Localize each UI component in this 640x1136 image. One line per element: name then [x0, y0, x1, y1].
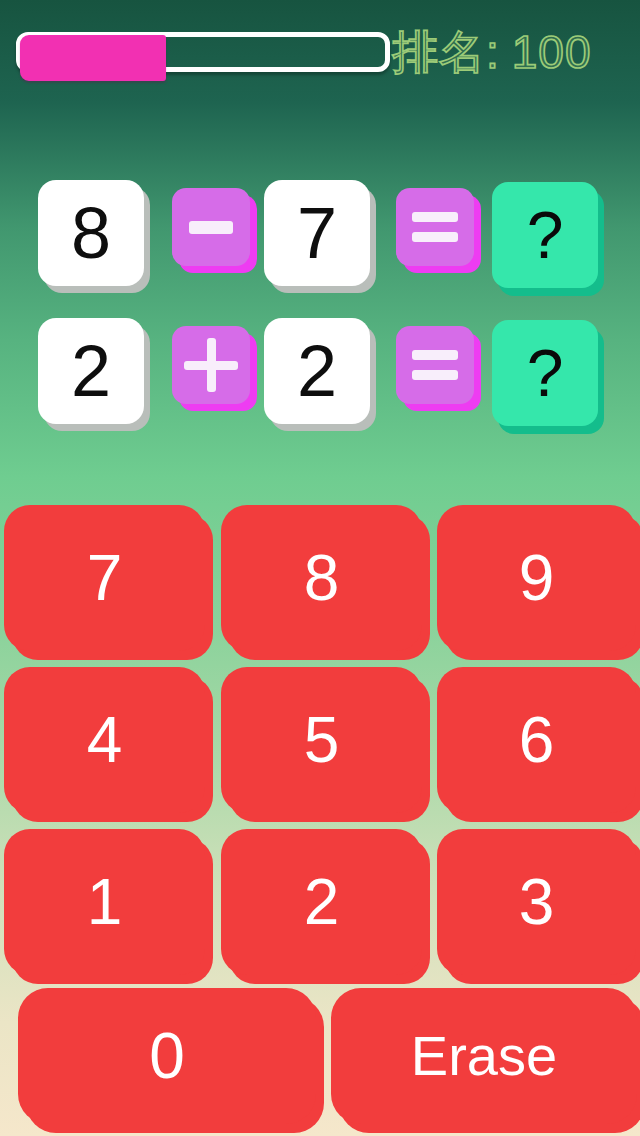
key-1[interactable]: 1 — [4, 829, 205, 975]
operand-text: 8 — [71, 192, 111, 274]
equation2-equals-sign — [396, 326, 474, 404]
equation2-operand2: 2 — [264, 318, 370, 424]
key-label: 2 — [304, 870, 340, 934]
equation2-operand1: 2 — [38, 318, 144, 424]
progress-bar — [16, 32, 390, 72]
equation1-equals-sign — [396, 188, 474, 266]
key-0[interactable]: 0 — [18, 988, 316, 1124]
equation1-answer-slot[interactable]: ? — [492, 182, 598, 288]
key-label: 9 — [519, 546, 555, 610]
key-6[interactable]: 6 — [437, 667, 636, 813]
key-5[interactable]: 5 — [221, 667, 422, 813]
operand-text: 2 — [297, 330, 337, 412]
equation1-operator-minus — [172, 188, 250, 266]
key-3[interactable]: 3 — [437, 829, 636, 975]
key-label: 8 — [304, 546, 340, 610]
key-label: 4 — [87, 708, 123, 772]
key-erase[interactable]: Erase — [331, 988, 637, 1124]
key-label: Erase — [411, 1028, 557, 1084]
operand-text: 2 — [71, 330, 111, 412]
key-label: 0 — [149, 1024, 185, 1088]
equation-row-1: 8 7 ? — [0, 180, 640, 300]
key-8[interactable]: 8 — [221, 505, 422, 651]
progress-fill — [20, 35, 166, 81]
key-label: 1 — [87, 870, 123, 934]
key-label: 5 — [304, 708, 340, 772]
answer-placeholder: ? — [527, 197, 564, 273]
rank-display: 排名: 100 — [392, 28, 636, 76]
key-9[interactable]: 9 — [437, 505, 636, 651]
operand-text: 7 — [297, 192, 337, 274]
rank-value: 100 — [512, 28, 592, 76]
equation-row-2: 2 2 ? — [0, 318, 640, 438]
key-label: 7 — [87, 546, 123, 610]
equation2-answer-slot[interactable]: ? — [492, 320, 598, 426]
game-screen: 排名: 100 8 7 ? 2 2 ? 7 8 9 — [0, 0, 640, 1136]
key-label: 6 — [519, 708, 555, 772]
rank-label: 排名: — [392, 28, 500, 76]
equation2-operator-plus — [172, 326, 250, 404]
key-7[interactable]: 7 — [4, 505, 205, 651]
equation1-operand2: 7 — [264, 180, 370, 286]
key-2[interactable]: 2 — [221, 829, 422, 975]
equation1-operand1: 8 — [38, 180, 144, 286]
answer-placeholder: ? — [527, 335, 564, 411]
key-4[interactable]: 4 — [4, 667, 205, 813]
key-label: 3 — [519, 870, 555, 934]
